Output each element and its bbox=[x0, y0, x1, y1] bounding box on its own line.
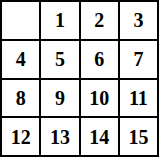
tile-15[interactable]: 15 bbox=[120, 118, 157, 155]
tile-3[interactable]: 3 bbox=[120, 2, 157, 39]
tile-13[interactable]: 13 bbox=[41, 118, 78, 155]
fifteen-puzzle-board: 123456789101112131415 bbox=[0, 0, 159, 157]
tile-4[interactable]: 4 bbox=[2, 41, 39, 78]
tile-14[interactable]: 14 bbox=[81, 118, 118, 155]
tile-2[interactable]: 2 bbox=[81, 2, 118, 39]
tile-5[interactable]: 5 bbox=[41, 41, 78, 78]
tile-9[interactable]: 9 bbox=[41, 80, 78, 117]
tile-1[interactable]: 1 bbox=[41, 2, 78, 39]
tile-7[interactable]: 7 bbox=[120, 41, 157, 78]
tile-11[interactable]: 11 bbox=[120, 80, 157, 117]
tile-6[interactable]: 6 bbox=[81, 41, 118, 78]
blank-cell bbox=[2, 2, 39, 39]
tile-12[interactable]: 12 bbox=[2, 118, 39, 155]
tile-8[interactable]: 8 bbox=[2, 80, 39, 117]
tile-10[interactable]: 10 bbox=[81, 80, 118, 117]
